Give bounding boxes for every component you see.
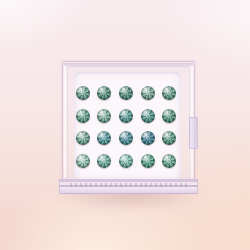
base-serration-ticks	[70, 183, 187, 187]
grid-cell	[115, 127, 137, 150]
grid-cell	[94, 150, 116, 173]
grid-cell	[158, 127, 180, 150]
grid-cell	[137, 150, 159, 173]
latch-tab	[189, 117, 198, 149]
grid-cell	[115, 105, 137, 128]
grid-cell	[137, 82, 159, 105]
gemstone-r2-c3	[119, 109, 133, 123]
gemstone-r3-c3	[119, 131, 133, 145]
box-base-rim	[59, 179, 198, 194]
gemstone-r2-c5	[162, 109, 176, 123]
grid-cell	[158, 82, 180, 105]
grid-cell	[72, 127, 94, 150]
gemstone-r3-c1	[76, 131, 90, 145]
gemstone-r4-c1	[76, 154, 90, 168]
grid-cell	[94, 105, 116, 128]
stone-grid	[72, 82, 180, 172]
grid-cell	[158, 105, 180, 128]
grid-cell	[94, 82, 116, 105]
gemstone-r3-c5	[162, 131, 176, 145]
gem-box	[62, 61, 195, 193]
gemstone-r4-c2	[97, 154, 111, 168]
gemstone-r2-c1	[76, 109, 90, 123]
gemstone-r1-c3	[119, 86, 133, 100]
left-wall-highlight	[64, 66, 68, 178]
gemstone-r2-c4	[141, 109, 155, 123]
grid-cell	[137, 127, 159, 150]
gemstone-r1-c1	[76, 86, 90, 100]
gemstone-r4-c3	[119, 154, 133, 168]
grid-cell	[72, 105, 94, 128]
gemstone-r3-c2	[97, 131, 111, 145]
grid-cell	[115, 82, 137, 105]
grid-cell	[72, 82, 94, 105]
grid-cell	[72, 150, 94, 173]
gemstone-r4-c4	[141, 154, 155, 168]
photo-scene	[0, 0, 250, 250]
gemstone-r1-c4	[141, 86, 155, 100]
gemstone-r3-c4	[141, 131, 155, 145]
grid-cell	[94, 127, 116, 150]
grid-cell	[137, 105, 159, 128]
grid-cell	[158, 150, 180, 173]
gemstone-r2-c2	[97, 109, 111, 123]
gemstone-r1-c2	[97, 86, 111, 100]
gemstone-r4-c5	[162, 154, 176, 168]
gemstone-r1-c5	[162, 86, 176, 100]
grid-cell	[115, 150, 137, 173]
